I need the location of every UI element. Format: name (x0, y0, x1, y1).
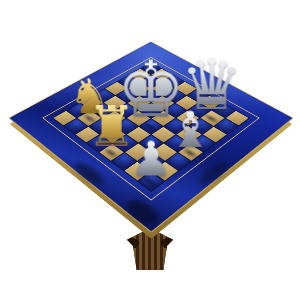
pawn-glyph: ♟ (130, 135, 173, 183)
bishop-glyph: ♝ (168, 105, 212, 154)
chess-board: ♛♚♝♞♜♟ (8, 41, 294, 233)
product-photo: ♛♚♝♞♜♟ (0, 0, 300, 300)
perspective-scene: ♛♚♝♞♜♟ (0, 0, 300, 300)
border-reflection (122, 196, 164, 228)
